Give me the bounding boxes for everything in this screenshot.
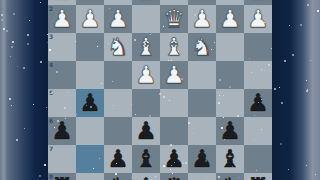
square-e3[interactable]: ♝ — [132, 33, 160, 61]
square-h4[interactable]: 4 — [48, 61, 76, 89]
piece-black-rook-a8[interactable]: ♜ — [244, 173, 272, 180]
rank-label-4: 4 — [49, 61, 53, 68]
piece-white-bishop-d3[interactable]: ♝ — [160, 33, 188, 61]
piece-black-pawn-f7[interactable]: ♟ — [104, 145, 132, 173]
piece-white-pawn-f2[interactable]: ♟ — [104, 5, 132, 33]
background-left-panel — [0, 0, 48, 180]
piece-white-pawn-c2[interactable]: ♟ — [188, 5, 216, 33]
piece-black-pawn-d7[interactable]: ♟ — [160, 145, 188, 173]
square-f6[interactable] — [104, 117, 132, 145]
square-g7[interactable] — [76, 145, 104, 173]
square-g2[interactable]: ♟ — [76, 5, 104, 33]
rank-label-5: 5 — [49, 89, 53, 96]
piece-black-pawn-a5[interactable]: ♟ — [244, 89, 272, 117]
piece-black-bishop-e7[interactable]: ♝ — [132, 145, 160, 173]
square-c7[interactable]: ♟ — [188, 145, 216, 173]
piece-white-bishop-e3[interactable]: ♝ — [132, 33, 160, 61]
square-a8[interactable]: ♜ — [244, 173, 272, 180]
square-b2[interactable]: ♟ — [216, 5, 244, 33]
piece-black-bishop-b7[interactable]: ♝ — [216, 145, 244, 173]
piece-white-pawn-h2[interactable]: ♟ — [48, 5, 76, 33]
square-h8[interactable]: 8♜ — [48, 173, 76, 180]
square-c6[interactable] — [188, 117, 216, 145]
piece-black-king-e8[interactable]: ♚ — [132, 173, 160, 180]
square-h6[interactable]: 6♟ — [48, 117, 76, 145]
piece-white-queen-d2[interactable]: ♛ — [160, 5, 188, 33]
piece-white-pawn-e4[interactable]: ♟ — [132, 61, 160, 89]
piece-black-queen-d8[interactable]: ♛ — [160, 173, 188, 180]
square-a2[interactable]: ♟ — [244, 5, 272, 33]
square-a6[interactable] — [244, 117, 272, 145]
square-c8[interactable] — [188, 173, 216, 180]
piece-white-pawn-a2[interactable]: ♟ — [244, 5, 272, 33]
piece-black-pawn-h6[interactable]: ♟ — [48, 117, 76, 145]
square-a4[interactable] — [244, 61, 272, 89]
piece-black-pawn-b6[interactable]: ♟ — [216, 117, 244, 145]
square-d2[interactable]: ♛ — [160, 5, 188, 33]
piece-black-pawn-g5[interactable]: ♟ — [76, 89, 104, 117]
square-e7[interactable]: ♝ — [132, 145, 160, 173]
square-f8[interactable]: ♞ — [104, 173, 132, 180]
square-f3[interactable]: ♞ — [104, 33, 132, 61]
square-g6[interactable] — [76, 117, 104, 145]
square-e6[interactable]: ♟ — [132, 117, 160, 145]
square-a5[interactable]: ♟ — [244, 89, 272, 117]
square-a7[interactable] — [244, 145, 272, 173]
square-b7[interactable]: ♝ — [216, 145, 244, 173]
square-h5[interactable]: 5 — [48, 89, 76, 117]
square-f2[interactable]: ♟ — [104, 5, 132, 33]
piece-black-pawn-c7[interactable]: ♟ — [188, 145, 216, 173]
piece-black-pawn-e6[interactable]: ♟ — [132, 117, 160, 145]
square-b3[interactable] — [216, 33, 244, 61]
square-a3[interactable] — [244, 33, 272, 61]
square-f4[interactable] — [104, 61, 132, 89]
square-h2[interactable]: 2♟ — [48, 5, 76, 33]
rank-label-3: 3 — [49, 33, 53, 40]
square-g3[interactable] — [76, 33, 104, 61]
piece-white-knight-c3[interactable]: ♞ — [188, 33, 216, 61]
square-e2[interactable] — [132, 5, 160, 33]
square-b8[interactable]: ♞ — [216, 173, 244, 180]
square-d7[interactable]: ♟ — [160, 145, 188, 173]
square-d3[interactable]: ♝ — [160, 33, 188, 61]
square-d5[interactable] — [160, 89, 188, 117]
piece-white-knight-f3[interactable]: ♞ — [104, 33, 132, 61]
square-d4[interactable]: ♟ — [160, 61, 188, 89]
piece-white-pawn-b2[interactable]: ♟ — [216, 5, 244, 33]
background-right-panel — [272, 0, 320, 180]
square-c5[interactable] — [188, 89, 216, 117]
piece-black-knight-f8[interactable]: ♞ — [104, 173, 132, 180]
piece-black-rook-h8[interactable]: ♜ — [48, 173, 76, 180]
square-g8[interactable] — [76, 173, 104, 180]
square-h7[interactable]: 7 — [48, 145, 76, 173]
square-c2[interactable]: ♟ — [188, 5, 216, 33]
square-g4[interactable] — [76, 61, 104, 89]
square-g5[interactable]: ♟ — [76, 89, 104, 117]
square-b5[interactable] — [216, 89, 244, 117]
chess-board[interactable]: 1♜♚♜2♟♟♟♛♟♟♟3♞♝♝♞4♟♟5♟♟6♟♟♟7♟♝♟♟♝8♜♞♚♛♞♜ — [48, 0, 272, 180]
square-b4[interactable] — [216, 61, 244, 89]
piece-white-pawn-g2[interactable]: ♟ — [76, 5, 104, 33]
rank-label-7: 7 — [49, 145, 53, 152]
square-c3[interactable]: ♞ — [188, 33, 216, 61]
piece-white-pawn-d4[interactable]: ♟ — [160, 61, 188, 89]
square-e8[interactable]: ♚ — [132, 173, 160, 180]
square-h3[interactable]: 3 — [48, 33, 76, 61]
square-e4[interactable]: ♟ — [132, 61, 160, 89]
square-b6[interactable]: ♟ — [216, 117, 244, 145]
square-f7[interactable]: ♟ — [104, 145, 132, 173]
square-d6[interactable] — [160, 117, 188, 145]
square-f5[interactable] — [104, 89, 132, 117]
chess-app-screen: 1♜♚♜2♟♟♟♛♟♟♟3♞♝♝♞4♟♟5♟♟6♟♟♟7♟♝♟♟♝8♜♞♚♛♞♜ — [0, 0, 320, 180]
square-e5[interactable] — [132, 89, 160, 117]
square-c4[interactable] — [188, 61, 216, 89]
piece-black-knight-b8[interactable]: ♞ — [216, 173, 244, 180]
square-d8[interactable]: ♛ — [160, 173, 188, 180]
